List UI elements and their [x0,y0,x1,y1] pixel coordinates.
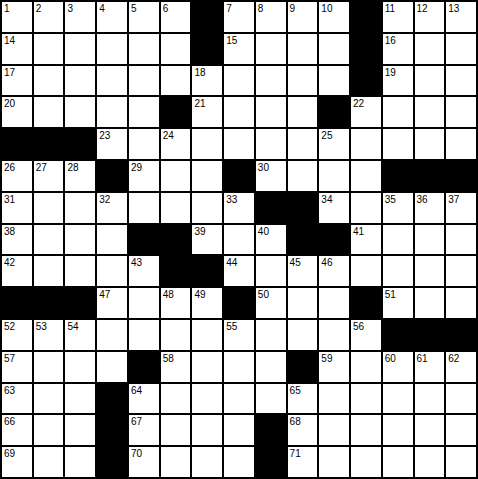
clue-number: 45 [290,257,301,268]
clue-number: 39 [194,226,205,237]
clue-number: 24 [163,130,174,141]
white-cell[interactable] [415,288,445,318]
white-cell[interactable] [65,384,95,414]
white-cell[interactable]: 31 [2,193,32,223]
white-cell[interactable]: 13 [446,2,476,32]
white-cell[interactable]: 67 [129,415,159,445]
black-cell [288,225,318,255]
white-cell[interactable]: 10 [319,2,349,32]
white-cell[interactable] [383,129,413,159]
black-cell [288,193,318,223]
clue-number: 26 [4,162,15,173]
white-cell[interactable]: 60 [383,352,413,382]
white-cell[interactable] [192,161,222,191]
white-cell[interactable] [288,34,318,64]
white-cell[interactable]: 48 [161,288,191,318]
white-cell[interactable] [351,193,381,223]
clue-number: 64 [131,385,142,396]
white-cell[interactable] [65,352,95,382]
white-cell[interactable] [97,256,127,286]
white-cell[interactable] [34,415,64,445]
white-cell[interactable]: 70 [129,447,159,477]
clue-number: 27 [36,162,47,173]
clue-number: 1 [4,3,10,14]
white-cell[interactable] [256,256,286,286]
white-cell[interactable]: 1 [2,2,32,32]
clue-number: 34 [321,194,332,205]
black-cell [34,129,64,159]
clue-number: 62 [448,353,459,364]
white-cell[interactable] [65,193,95,223]
black-cell [383,161,413,191]
white-cell[interactable] [288,129,318,159]
white-cell[interactable] [161,161,191,191]
white-cell[interactable] [161,384,191,414]
black-cell [319,225,349,255]
white-cell[interactable] [319,66,349,96]
white-cell[interactable] [129,129,159,159]
clue-number: 69 [4,448,15,459]
white-cell[interactable] [446,415,476,445]
white-cell[interactable]: 53 [34,320,64,350]
clue-number: 22 [353,98,364,109]
white-cell[interactable] [351,256,381,286]
white-cell[interactable]: 57 [2,352,32,382]
clue-number: 70 [131,448,142,459]
white-cell[interactable] [34,447,64,477]
white-cell[interactable]: 2 [34,2,64,32]
clue-number: 63 [4,385,15,396]
white-cell[interactable] [192,447,222,477]
white-cell[interactable]: 22 [351,97,381,127]
white-cell[interactable] [256,352,286,382]
white-cell[interactable] [256,320,286,350]
white-cell[interactable] [192,129,222,159]
white-cell[interactable]: 24 [161,129,191,159]
white-cell[interactable]: 12 [415,2,445,32]
white-cell[interactable]: 65 [288,384,318,414]
clue-number: 37 [448,194,459,205]
clue-number: 55 [226,321,237,332]
clue-number: 4 [99,3,105,14]
white-cell[interactable]: 41 [351,225,381,255]
white-cell[interactable] [351,129,381,159]
white-cell[interactable]: 36 [415,193,445,223]
clue-number: 65 [290,385,301,396]
white-cell[interactable]: 51 [383,288,413,318]
clue-number: 57 [4,353,15,364]
clue-number: 67 [131,416,142,427]
clue-number: 17 [4,67,15,78]
white-cell[interactable] [34,225,64,255]
black-cell [2,288,32,318]
clue-number: 41 [353,226,364,237]
white-cell[interactable] [97,225,127,255]
clue-number: 36 [417,194,428,205]
black-cell [224,288,254,318]
white-cell[interactable] [256,384,286,414]
white-cell[interactable] [129,66,159,96]
white-cell[interactable]: 63 [2,384,32,414]
white-cell[interactable] [34,66,64,96]
white-cell[interactable] [161,193,191,223]
white-cell[interactable] [34,34,64,64]
clue-number: 35 [385,194,396,205]
black-cell [192,2,222,32]
black-cell [129,225,159,255]
white-cell[interactable]: 44 [224,256,254,286]
white-cell[interactable] [446,447,476,477]
white-cell[interactable]: 54 [65,320,95,350]
white-cell[interactable] [224,447,254,477]
white-cell[interactable]: 42 [2,256,32,286]
white-cell[interactable]: 16 [383,34,413,64]
clue-number: 68 [290,416,301,427]
clue-number: 19 [385,67,396,78]
white-cell[interactable] [97,352,127,382]
white-cell[interactable]: 21 [192,97,222,127]
clue-number: 59 [321,353,332,364]
black-cell [65,288,95,318]
white-cell[interactable]: 61 [415,352,445,382]
white-cell[interactable] [129,193,159,223]
white-cell[interactable]: 14 [2,34,32,64]
clue-number: 71 [290,448,301,459]
white-cell[interactable] [34,352,64,382]
black-cell [161,97,191,127]
white-cell[interactable] [224,66,254,96]
clue-number: 47 [99,289,110,300]
black-cell [446,161,476,191]
white-cell[interactable]: 33 [224,193,254,223]
clue-number: 14 [4,35,15,46]
white-cell[interactable] [65,256,95,286]
clue-number: 52 [4,321,15,332]
white-cell[interactable]: 55 [224,320,254,350]
white-cell[interactable] [383,415,413,445]
white-cell[interactable] [319,447,349,477]
clue-number: 13 [448,3,459,14]
clue-number: 10 [321,3,332,14]
clue-number: 18 [194,67,205,78]
white-cell[interactable]: 64 [129,384,159,414]
white-cell[interactable]: 27 [34,161,64,191]
white-cell[interactable] [415,34,445,64]
white-cell[interactable] [129,34,159,64]
white-cell[interactable]: 39 [192,225,222,255]
white-cell[interactable]: 18 [192,66,222,96]
white-cell[interactable] [192,384,222,414]
black-cell [192,34,222,64]
white-cell[interactable] [97,34,127,64]
white-cell[interactable] [129,97,159,127]
white-cell[interactable] [319,288,349,318]
white-cell[interactable]: 56 [351,320,381,350]
white-cell[interactable]: 5 [129,2,159,32]
white-cell[interactable] [192,193,222,223]
black-cell [288,352,318,382]
white-cell[interactable] [224,415,254,445]
clue-number: 21 [194,98,205,109]
black-cell [65,129,95,159]
white-cell[interactable]: 15 [224,34,254,64]
clue-number: 54 [67,321,78,332]
white-cell[interactable] [415,66,445,96]
black-cell [351,2,381,32]
clue-number: 7 [226,3,232,14]
white-cell[interactable]: 7 [224,2,254,32]
clue-number: 12 [417,3,428,14]
white-cell[interactable] [256,129,286,159]
black-cell [97,415,127,445]
white-cell[interactable] [288,288,318,318]
clue-number: 28 [67,162,78,173]
clue-number: 38 [4,226,15,237]
white-cell[interactable]: 28 [65,161,95,191]
white-cell[interactable] [65,97,95,127]
white-cell[interactable] [415,415,445,445]
white-cell[interactable] [65,415,95,445]
white-cell[interactable] [319,384,349,414]
white-cell[interactable] [415,384,445,414]
white-cell[interactable]: 9 [288,2,318,32]
white-cell[interactable] [351,352,381,382]
black-cell [351,288,381,318]
white-cell[interactable] [415,225,445,255]
white-cell[interactable]: 62 [446,352,476,382]
white-cell[interactable] [192,415,222,445]
white-cell[interactable]: 47 [97,288,127,318]
white-cell[interactable] [129,320,159,350]
clue-number: 32 [99,194,110,205]
clue-number: 60 [385,353,396,364]
crossword-grid: 1234567891011121314151617181920212223242… [0,0,478,479]
white-cell[interactable] [256,97,286,127]
clue-number: 42 [4,257,15,268]
white-cell[interactable] [161,34,191,64]
clue-number: 30 [258,162,269,173]
white-cell[interactable] [224,352,254,382]
white-cell[interactable]: 32 [97,193,127,223]
black-cell [351,66,381,96]
clue-number: 6 [163,3,169,14]
black-cell [161,225,191,255]
white-cell[interactable]: 23 [97,129,127,159]
white-cell[interactable] [192,320,222,350]
white-cell[interactable]: 38 [2,225,32,255]
clue-number: 40 [258,226,269,237]
white-cell[interactable] [446,34,476,64]
white-cell[interactable]: 69 [2,447,32,477]
white-cell[interactable] [446,288,476,318]
black-cell [161,256,191,286]
white-cell[interactable] [97,320,127,350]
white-cell[interactable] [415,447,445,477]
black-cell [192,256,222,286]
white-cell[interactable]: 43 [129,256,159,286]
clue-number: 15 [226,35,237,46]
white-cell[interactable] [319,415,349,445]
clue-number: 48 [163,289,174,300]
white-cell[interactable] [34,384,64,414]
black-cell [34,288,64,318]
black-cell [97,161,127,191]
black-cell [256,415,286,445]
white-cell[interactable]: 34 [319,193,349,223]
clue-number: 5 [131,3,137,14]
white-cell[interactable] [161,415,191,445]
white-cell[interactable]: 30 [256,161,286,191]
white-cell[interactable] [256,34,286,64]
white-cell[interactable] [351,447,381,477]
white-cell[interactable] [65,66,95,96]
white-cell[interactable] [383,447,413,477]
white-cell[interactable] [224,225,254,255]
clue-number: 11 [385,3,395,14]
white-cell[interactable]: 50 [256,288,286,318]
white-cell[interactable] [192,352,222,382]
white-cell[interactable]: 52 [2,320,32,350]
clue-number: 51 [385,289,396,300]
black-cell [256,447,286,477]
clue-number: 61 [417,353,428,364]
clue-number: 58 [163,353,174,364]
clue-number: 50 [258,289,269,300]
clue-number: 66 [4,416,15,427]
white-cell[interactable] [383,97,413,127]
white-cell[interactable]: 17 [2,66,32,96]
black-cell [415,161,445,191]
clue-number: 8 [258,3,264,14]
white-cell[interactable] [224,384,254,414]
white-cell[interactable] [161,320,191,350]
white-cell[interactable]: 40 [256,225,286,255]
white-cell[interactable]: 8 [256,2,286,32]
white-cell[interactable] [288,320,318,350]
white-cell[interactable] [65,225,95,255]
white-cell[interactable]: 71 [288,447,318,477]
white-cell[interactable]: 37 [446,193,476,223]
white-cell[interactable]: 3 [65,2,95,32]
white-cell[interactable]: 26 [2,161,32,191]
black-cell [256,193,286,223]
white-cell[interactable] [351,161,381,191]
white-cell[interactable] [288,97,318,127]
white-cell[interactable] [351,415,381,445]
white-cell[interactable]: 49 [192,288,222,318]
clue-number: 31 [4,194,15,205]
white-cell[interactable]: 19 [383,66,413,96]
white-cell[interactable] [446,66,476,96]
white-cell[interactable]: 20 [2,97,32,127]
white-cell[interactable] [65,34,95,64]
white-cell[interactable] [34,97,64,127]
white-cell[interactable] [446,384,476,414]
clue-number: 23 [99,130,110,141]
white-cell[interactable] [446,129,476,159]
white-cell[interactable] [319,161,349,191]
clue-number: 53 [36,321,47,332]
white-cell[interactable] [224,129,254,159]
white-cell[interactable] [319,34,349,64]
clue-number: 16 [385,35,396,46]
white-cell[interactable]: 25 [319,129,349,159]
black-cell [2,129,32,159]
white-cell[interactable]: 45 [288,256,318,286]
black-cell [97,384,127,414]
black-cell [351,34,381,64]
clue-number: 43 [131,257,142,268]
white-cell[interactable]: 4 [97,2,127,32]
clue-number: 46 [321,257,332,268]
black-cell [415,320,445,350]
clue-number: 56 [353,321,364,332]
white-cell[interactable] [288,66,318,96]
white-cell[interactable] [97,66,127,96]
clue-number: 2 [36,3,42,14]
white-cell[interactable] [34,256,64,286]
black-cell [129,352,159,382]
white-cell[interactable]: 59 [319,352,349,382]
white-cell[interactable] [288,161,318,191]
white-cell[interactable] [161,66,191,96]
white-cell[interactable] [97,97,127,127]
white-cell[interactable] [65,447,95,477]
crossword-board: 1234567891011121314151617181920212223242… [0,0,478,479]
clue-number: 25 [321,130,332,141]
white-cell[interactable] [129,288,159,318]
white-cell[interactable] [415,97,445,127]
white-cell[interactable] [446,256,476,286]
white-cell[interactable] [446,97,476,127]
white-cell[interactable] [415,129,445,159]
clue-number: 9 [290,3,296,14]
white-cell[interactable] [383,256,413,286]
white-cell[interactable]: 58 [161,352,191,382]
clue-number: 44 [226,257,237,268]
black-cell [383,320,413,350]
white-cell[interactable]: 11 [383,2,413,32]
white-cell[interactable] [224,97,254,127]
white-cell[interactable]: 46 [319,256,349,286]
white-cell[interactable] [383,384,413,414]
black-cell [446,320,476,350]
white-cell[interactable] [34,193,64,223]
white-cell[interactable] [319,320,349,350]
white-cell[interactable]: 66 [2,415,32,445]
white-cell[interactable] [415,256,445,286]
clue-number: 29 [131,162,142,173]
black-cell [224,161,254,191]
white-cell[interactable] [383,225,413,255]
white-cell[interactable] [446,225,476,255]
black-cell [319,97,349,127]
white-cell[interactable]: 68 [288,415,318,445]
white-cell[interactable]: 29 [129,161,159,191]
clue-number: 49 [194,289,205,300]
clue-number: 3 [67,3,73,14]
white-cell[interactable] [256,66,286,96]
black-cell [97,447,127,477]
clue-number: 33 [226,194,237,205]
white-cell[interactable]: 6 [161,2,191,32]
white-cell[interactable] [161,447,191,477]
white-cell[interactable] [351,384,381,414]
white-cell[interactable]: 35 [383,193,413,223]
clue-number: 20 [4,98,15,109]
